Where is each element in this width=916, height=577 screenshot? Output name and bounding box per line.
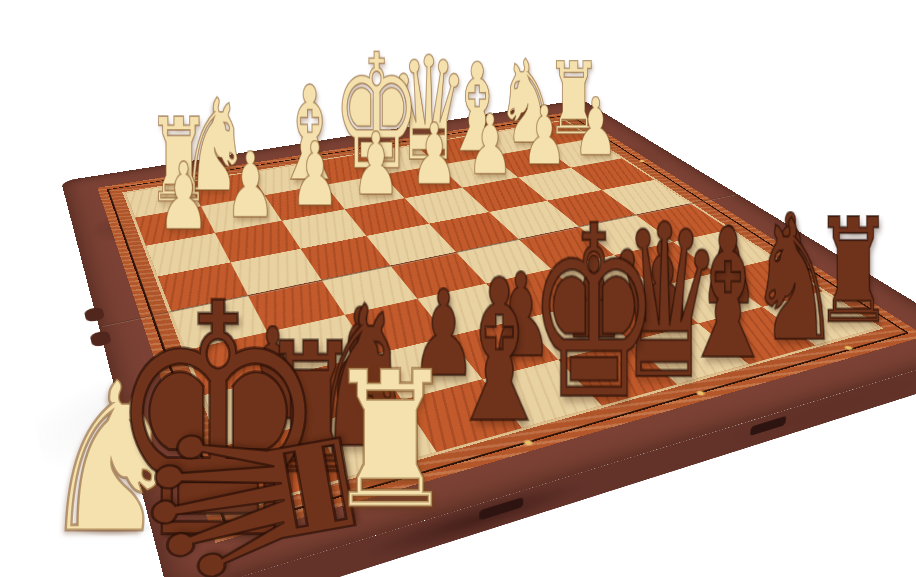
scene: ♜♞♝♚♛♝♞♜♟♟♟♟♟♟♟♟♟♟♟♟♟♟♟♟♜♞♝♚♛♝♞♜ ♞♚♛♜ [0,0,916,577]
foreground-pieces: ♞♚♛♜ [0,0,916,577]
white-rook-glyph: ♜ [324,366,456,517]
